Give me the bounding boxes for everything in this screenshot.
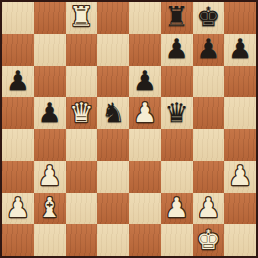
square-a7[interactable]	[2, 34, 34, 66]
square-c7[interactable]	[66, 34, 98, 66]
square-f6[interactable]	[161, 66, 193, 98]
square-d3[interactable]	[97, 161, 129, 193]
square-e2[interactable]	[129, 193, 161, 225]
piece-black-knight[interactable]: ♞	[101, 99, 125, 126]
square-h8[interactable]	[224, 2, 256, 34]
piece-black-queen[interactable]: ♛	[165, 99, 189, 126]
square-b2[interactable]: ♝	[34, 193, 66, 225]
piece-white-bishop[interactable]: ♝	[38, 194, 62, 221]
piece-white-pawn[interactable]: ♟	[196, 194, 220, 221]
square-h4[interactable]	[224, 129, 256, 161]
square-b5[interactable]: ♟	[34, 97, 66, 129]
square-d2[interactable]	[97, 193, 129, 225]
square-d1[interactable]	[97, 224, 129, 256]
square-c1[interactable]	[66, 224, 98, 256]
piece-black-pawn[interactable]: ♟	[6, 67, 30, 94]
piece-black-king[interactable]: ♚	[196, 3, 220, 30]
square-f3[interactable]	[161, 161, 193, 193]
piece-white-pawn[interactable]: ♟	[228, 162, 252, 189]
piece-white-rook[interactable]: ♜	[69, 3, 93, 30]
square-a8[interactable]	[2, 2, 34, 34]
square-g7[interactable]: ♟	[193, 34, 225, 66]
square-b3[interactable]: ♟	[34, 161, 66, 193]
square-e6[interactable]: ♟	[129, 66, 161, 98]
square-g8[interactable]: ♚	[193, 2, 225, 34]
piece-white-queen[interactable]: ♛	[69, 99, 93, 126]
square-e4[interactable]	[129, 129, 161, 161]
square-a2[interactable]: ♟	[2, 193, 34, 225]
square-c5[interactable]: ♛	[66, 97, 98, 129]
square-f7[interactable]: ♟	[161, 34, 193, 66]
chess-board: ♜♜♚♟♟♟♟♟♟♛♞♟♛♟♟♟♝♟♟♚	[2, 2, 256, 256]
piece-black-rook[interactable]: ♜	[165, 3, 189, 30]
piece-white-pawn[interactable]: ♟	[165, 194, 189, 221]
piece-black-pawn[interactable]: ♟	[133, 67, 157, 94]
square-g4[interactable]	[193, 129, 225, 161]
square-b4[interactable]	[34, 129, 66, 161]
square-e7[interactable]	[129, 34, 161, 66]
square-e3[interactable]	[129, 161, 161, 193]
square-d4[interactable]	[97, 129, 129, 161]
square-d7[interactable]	[97, 34, 129, 66]
square-e8[interactable]	[129, 2, 161, 34]
square-c8[interactable]: ♜	[66, 2, 98, 34]
square-g5[interactable]	[193, 97, 225, 129]
square-g1[interactable]: ♚	[193, 224, 225, 256]
square-f4[interactable]	[161, 129, 193, 161]
square-a6[interactable]: ♟	[2, 66, 34, 98]
square-a1[interactable]	[2, 224, 34, 256]
square-g2[interactable]: ♟	[193, 193, 225, 225]
square-c3[interactable]	[66, 161, 98, 193]
square-a5[interactable]	[2, 97, 34, 129]
square-c2[interactable]	[66, 193, 98, 225]
square-h7[interactable]: ♟	[224, 34, 256, 66]
square-b6[interactable]	[34, 66, 66, 98]
square-f2[interactable]: ♟	[161, 193, 193, 225]
square-d8[interactable]	[97, 2, 129, 34]
square-b7[interactable]	[34, 34, 66, 66]
square-g6[interactable]	[193, 66, 225, 98]
square-c6[interactable]	[66, 66, 98, 98]
square-h2[interactable]	[224, 193, 256, 225]
piece-white-king[interactable]: ♚	[196, 226, 220, 253]
square-f1[interactable]	[161, 224, 193, 256]
piece-black-pawn[interactable]: ♟	[165, 35, 189, 62]
square-h5[interactable]	[224, 97, 256, 129]
square-b1[interactable]	[34, 224, 66, 256]
square-b8[interactable]	[34, 2, 66, 34]
piece-black-pawn[interactable]: ♟	[196, 35, 220, 62]
square-e5[interactable]: ♟	[129, 97, 161, 129]
square-c4[interactable]	[66, 129, 98, 161]
piece-white-pawn[interactable]: ♟	[38, 162, 62, 189]
piece-white-pawn[interactable]: ♟	[6, 194, 30, 221]
square-f8[interactable]: ♜	[161, 2, 193, 34]
piece-white-pawn[interactable]: ♟	[133, 99, 157, 126]
square-h6[interactable]	[224, 66, 256, 98]
square-a4[interactable]	[2, 129, 34, 161]
square-e1[interactable]	[129, 224, 161, 256]
piece-black-pawn[interactable]: ♟	[38, 99, 62, 126]
square-f5[interactable]: ♛	[161, 97, 193, 129]
square-d6[interactable]	[97, 66, 129, 98]
square-h3[interactable]: ♟	[224, 161, 256, 193]
piece-black-pawn[interactable]: ♟	[228, 35, 252, 62]
square-d5[interactable]: ♞	[97, 97, 129, 129]
square-a3[interactable]	[2, 161, 34, 193]
square-h1[interactable]	[224, 224, 256, 256]
chess-board-frame: ♜♜♚♟♟♟♟♟♟♛♞♟♛♟♟♟♝♟♟♚	[0, 0, 258, 258]
square-g3[interactable]	[193, 161, 225, 193]
